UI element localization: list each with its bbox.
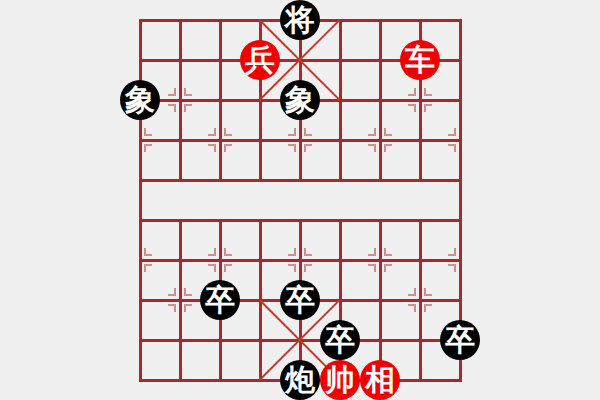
position-marker [304,128,312,136]
position-marker [224,248,232,256]
position-marker [448,144,456,152]
position-marker [424,104,432,112]
position-marker [168,304,176,312]
position-marker [424,88,432,96]
position-marker [408,304,416,312]
position-marker [168,88,176,96]
position-marker [424,304,432,312]
position-marker [304,248,312,256]
position-marker [448,128,456,136]
position-marker [144,248,152,256]
position-marker [184,88,192,96]
position-marker [384,128,392,136]
position-marker [448,264,456,272]
screen: 将兵车象象卒卒卒卒炮帅相 [0,0,600,400]
piece-black-炮[interactable]: 炮 [280,360,320,400]
position-marker [448,248,456,256]
position-marker [208,128,216,136]
position-marker [208,264,216,272]
position-marker [168,104,176,112]
grid-line-vertical-top [379,19,382,182]
xiangqi-board: 将兵车象象卒卒卒卒炮帅相 [140,20,460,380]
position-marker [384,144,392,152]
grid-line-vertical-bottom [419,219,422,382]
position-marker [424,288,432,296]
position-marker [288,144,296,152]
position-marker [168,288,176,296]
piece-black-卒[interactable]: 卒 [320,320,360,360]
position-marker [224,144,232,152]
position-marker [288,264,296,272]
piece-red-相[interactable]: 相 [360,360,400,400]
position-marker [304,264,312,272]
position-marker [384,264,392,272]
position-marker [408,88,416,96]
position-marker [288,128,296,136]
position-marker [224,264,232,272]
piece-red-车[interactable]: 车 [400,40,440,80]
grid-line-vertical-top [219,19,222,182]
position-marker [288,248,296,256]
grid-line-vertical [139,19,142,382]
position-marker [368,248,376,256]
position-marker [184,304,192,312]
position-marker [224,128,232,136]
position-marker [144,128,152,136]
position-marker [368,128,376,136]
position-marker [184,288,192,296]
position-marker [408,104,416,112]
position-marker [384,248,392,256]
position-marker [208,248,216,256]
piece-black-卒[interactable]: 卒 [200,280,240,320]
position-marker [408,288,416,296]
piece-red-兵[interactable]: 兵 [240,40,280,80]
position-marker [368,144,376,152]
piece-black-卒[interactable]: 卒 [280,280,320,320]
position-marker [368,264,376,272]
piece-black-卒[interactable]: 卒 [440,320,480,360]
position-marker [144,144,152,152]
position-marker [304,144,312,152]
position-marker [208,144,216,152]
piece-black-将[interactable]: 将 [280,0,320,40]
position-marker [144,264,152,272]
piece-black-象[interactable]: 象 [280,80,320,120]
piece-black-象[interactable]: 象 [120,80,160,120]
grid-line-vertical-bottom [179,219,182,382]
grid-line-vertical-bottom [379,219,382,382]
grid-line-vertical-top [179,19,182,182]
position-marker [184,104,192,112]
piece-red-帅[interactable]: 帅 [320,360,360,400]
